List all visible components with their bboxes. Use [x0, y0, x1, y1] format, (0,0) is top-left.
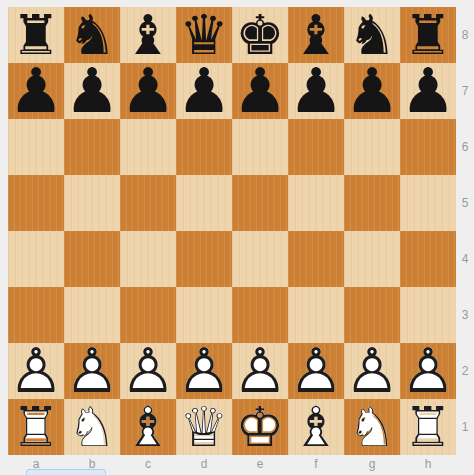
square-f7[interactable]: ♟: [288, 63, 344, 119]
rank-label-8: 8: [456, 7, 474, 63]
square-h6[interactable]: [400, 119, 456, 175]
piece-black-pawn: ♟: [344, 63, 400, 119]
file-label-h: h: [400, 456, 456, 474]
square-f4[interactable]: [288, 231, 344, 287]
square-f5[interactable]: [288, 175, 344, 231]
black-piece-glyph: ♟: [173, 60, 236, 123]
piece-white-rook: ♜♖: [8, 399, 64, 455]
square-g1[interactable]: ♞♘: [344, 399, 400, 455]
square-b5[interactable]: [64, 175, 120, 231]
white-piece-outline-glyph: ♙: [341, 340, 404, 403]
piece-white-pawn: ♟♙: [120, 343, 176, 399]
square-f1[interactable]: ♝♗: [288, 399, 344, 455]
white-piece-outline-glyph: ♔: [232, 399, 288, 455]
square-c7[interactable]: ♟: [120, 63, 176, 119]
square-h1[interactable]: ♜♖: [400, 399, 456, 455]
square-b4[interactable]: [64, 231, 120, 287]
square-c4[interactable]: [120, 231, 176, 287]
square-b2[interactable]: ♟♙: [64, 343, 120, 399]
rank-labels: 87654321: [456, 7, 474, 455]
square-e7[interactable]: ♟: [232, 63, 288, 119]
white-piece-outline-glyph: ♕: [176, 399, 232, 455]
square-a6[interactable]: [8, 119, 64, 175]
white-piece-outline-glyph: ♗: [288, 399, 344, 455]
chess-app-stage: ♜♞♝♛♚♝♞♜♟♟♟♟♟♟♟♟♟♙♟♙♟♙♟♙♟♙♟♙♟♙♟♙♜♖♞♘♝♗♛♕…: [0, 0, 474, 475]
square-d1[interactable]: ♛♕: [176, 399, 232, 455]
piece-white-pawn: ♟♙: [232, 343, 288, 399]
square-d2[interactable]: ♟♙: [176, 343, 232, 399]
square-b1[interactable]: ♞♘: [64, 399, 120, 455]
square-c5[interactable]: [120, 175, 176, 231]
chess-board: ♜♞♝♛♚♝♞♜♟♟♟♟♟♟♟♟♟♙♟♙♟♙♟♙♟♙♟♙♟♙♟♙♜♖♞♘♝♗♛♕…: [8, 7, 456, 455]
square-d4[interactable]: [176, 231, 232, 287]
white-piece-outline-glyph: ♗: [120, 399, 176, 455]
square-c2[interactable]: ♟♙: [120, 343, 176, 399]
black-piece-glyph: ♟: [5, 60, 68, 123]
piece-white-pawn: ♟♙: [64, 343, 120, 399]
piece-black-pawn: ♟: [120, 63, 176, 119]
piece-white-knight: ♞♘: [344, 399, 400, 455]
white-piece-outline-glyph: ♙: [397, 340, 460, 403]
square-g6[interactable]: [344, 119, 400, 175]
piece-white-pawn: ♟♙: [176, 343, 232, 399]
square-e1[interactable]: ♚♔: [232, 399, 288, 455]
black-piece-glyph: ♟: [285, 60, 348, 123]
piece-white-pawn: ♟♙: [344, 343, 400, 399]
square-e2[interactable]: ♟♙: [232, 343, 288, 399]
cropped-blue-element: [26, 469, 106, 475]
piece-white-knight: ♞♘: [64, 399, 120, 455]
square-a7[interactable]: ♟: [8, 63, 64, 119]
rank-label-7: 7: [456, 63, 474, 119]
piece-black-pawn: ♟: [176, 63, 232, 119]
rank-label-2: 2: [456, 343, 474, 399]
black-piece-glyph: ♟: [61, 60, 124, 123]
piece-white-pawn: ♟♙: [288, 343, 344, 399]
rank-label-5: 5: [456, 175, 474, 231]
black-piece-glyph: ♟: [117, 60, 180, 123]
file-label-g: g: [344, 456, 400, 474]
rank-label-1: 1: [456, 399, 474, 455]
white-piece-outline-glyph: ♙: [61, 340, 124, 403]
file-label-c: c: [120, 456, 176, 474]
piece-black-pawn: ♟: [288, 63, 344, 119]
piece-black-pawn: ♟: [232, 63, 288, 119]
square-a4[interactable]: [8, 231, 64, 287]
white-piece-outline-glyph: ♘: [344, 399, 400, 455]
square-g5[interactable]: [344, 175, 400, 231]
piece-white-queen: ♛♕: [176, 399, 232, 455]
piece-white-bishop: ♝♗: [288, 399, 344, 455]
black-piece-glyph: ♟: [229, 60, 292, 123]
piece-white-pawn: ♟♙: [400, 343, 456, 399]
square-e6[interactable]: [232, 119, 288, 175]
white-piece-outline-glyph: ♘: [64, 399, 120, 455]
piece-white-bishop: ♝♗: [120, 399, 176, 455]
square-c6[interactable]: [120, 119, 176, 175]
square-d5[interactable]: [176, 175, 232, 231]
square-a1[interactable]: ♜♖: [8, 399, 64, 455]
black-piece-glyph: ♟: [397, 60, 460, 123]
piece-black-pawn: ♟: [8, 63, 64, 119]
square-h7[interactable]: ♟: [400, 63, 456, 119]
white-piece-outline-glyph: ♙: [285, 340, 348, 403]
square-g4[interactable]: [344, 231, 400, 287]
black-piece-glyph: ♟: [341, 60, 404, 123]
piece-white-king: ♚♔: [232, 399, 288, 455]
file-label-e: e: [232, 456, 288, 474]
square-h4[interactable]: [400, 231, 456, 287]
square-b7[interactable]: ♟: [64, 63, 120, 119]
square-g7[interactable]: ♟: [344, 63, 400, 119]
square-f2[interactable]: ♟♙: [288, 343, 344, 399]
white-piece-outline-glyph: ♖: [400, 399, 456, 455]
square-a2[interactable]: ♟♙: [8, 343, 64, 399]
square-e5[interactable]: [232, 175, 288, 231]
square-e4[interactable]: [232, 231, 288, 287]
file-label-d: d: [176, 456, 232, 474]
square-h2[interactable]: ♟♙: [400, 343, 456, 399]
square-b6[interactable]: [64, 119, 120, 175]
rank-label-6: 6: [456, 119, 474, 175]
square-d7[interactable]: ♟: [176, 63, 232, 119]
white-piece-outline-glyph: ♙: [5, 340, 68, 403]
rank-label-4: 4: [456, 231, 474, 287]
piece-black-pawn: ♟: [64, 63, 120, 119]
piece-white-pawn: ♟♙: [8, 343, 64, 399]
square-h5[interactable]: [400, 175, 456, 231]
square-g2[interactable]: ♟♙: [344, 343, 400, 399]
file-label-f: f: [288, 456, 344, 474]
piece-black-pawn: ♟: [400, 63, 456, 119]
piece-white-rook: ♜♖: [400, 399, 456, 455]
square-f6[interactable]: [288, 119, 344, 175]
rank-label-3: 3: [456, 287, 474, 343]
white-piece-outline-glyph: ♙: [173, 340, 236, 403]
square-a5[interactable]: [8, 175, 64, 231]
white-piece-outline-glyph: ♙: [117, 340, 180, 403]
white-piece-outline-glyph: ♖: [8, 399, 64, 455]
square-d6[interactable]: [176, 119, 232, 175]
white-piece-outline-glyph: ♙: [229, 340, 292, 403]
square-c1[interactable]: ♝♗: [120, 399, 176, 455]
